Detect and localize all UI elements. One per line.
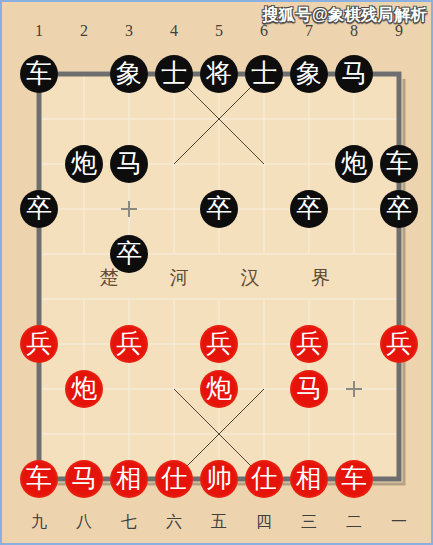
piece-red-advisor[interactable]: 仕 xyxy=(155,460,193,498)
file-label-bottom-5: 五 xyxy=(211,514,227,530)
piece-red-general[interactable]: 帅 xyxy=(200,460,238,498)
file-label-bottom-9: 一 xyxy=(391,514,407,530)
river-char: 河 xyxy=(170,267,189,286)
piece-red-soldier[interactable]: 兵 xyxy=(110,325,148,363)
watermark-text: 搜狐号@象棋残局解析 xyxy=(262,5,427,26)
piece-black-elephant[interactable]: 象 xyxy=(110,55,148,93)
piece-red-horse[interactable]: 马 xyxy=(65,460,103,498)
piece-red-chariot[interactable]: 车 xyxy=(335,460,373,498)
piece-black-advisor[interactable]: 士 xyxy=(155,55,193,93)
piece-black-horse[interactable]: 马 xyxy=(110,145,148,183)
xiangqi-board-screenshot: 123456789 九八七六五四三二一 楚河汉界 车象士将士象马炮马炮车卒卒卒卒… xyxy=(0,0,433,545)
file-label-top-5: 5 xyxy=(215,23,223,39)
piece-black-soldier[interactable]: 卒 xyxy=(380,190,418,228)
point-marker xyxy=(346,381,362,397)
piece-red-horse[interactable]: 马 xyxy=(290,370,328,408)
piece-red-soldier[interactable]: 兵 xyxy=(20,325,58,363)
piece-black-advisor[interactable]: 士 xyxy=(245,55,283,93)
file-label-top-4: 4 xyxy=(170,23,178,39)
piece-black-horse[interactable]: 马 xyxy=(335,55,373,93)
piece-red-cannon[interactable]: 炮 xyxy=(65,370,103,408)
file-label-bottom-1: 九 xyxy=(31,514,47,530)
piece-black-cannon[interactable]: 炮 xyxy=(335,145,373,183)
file-label-bottom-8: 二 xyxy=(346,514,362,530)
piece-red-soldier[interactable]: 兵 xyxy=(200,325,238,363)
file-label-top-1: 1 xyxy=(35,23,43,39)
piece-red-elephant[interactable]: 相 xyxy=(290,460,328,498)
river-char: 楚 xyxy=(100,267,119,286)
file-label-bottom-3: 七 xyxy=(121,514,137,530)
river-char: 界 xyxy=(311,267,330,286)
file-label-bottom-2: 八 xyxy=(76,514,92,530)
piece-red-soldier[interactable]: 兵 xyxy=(380,325,418,363)
piece-black-soldier[interactable]: 卒 xyxy=(110,235,148,273)
file-label-bottom-7: 三 xyxy=(301,514,317,530)
piece-black-cannon[interactable]: 炮 xyxy=(65,145,103,183)
piece-black-chariot[interactable]: 车 xyxy=(20,55,58,93)
piece-red-cannon[interactable]: 炮 xyxy=(200,370,238,408)
piece-black-elephant[interactable]: 象 xyxy=(290,55,328,93)
piece-red-elephant[interactable]: 相 xyxy=(110,460,148,498)
piece-black-soldier[interactable]: 卒 xyxy=(290,190,328,228)
piece-black-soldier[interactable]: 卒 xyxy=(200,190,238,228)
piece-black-chariot[interactable]: 车 xyxy=(380,145,418,183)
point-marker xyxy=(121,201,137,217)
file-label-bottom-6: 四 xyxy=(256,514,272,530)
file-label-top-3: 3 xyxy=(125,23,133,39)
river-char: 汉 xyxy=(241,267,260,286)
piece-red-chariot[interactable]: 车 xyxy=(20,460,58,498)
file-label-top-2: 2 xyxy=(80,23,88,39)
piece-black-soldier[interactable]: 卒 xyxy=(20,190,58,228)
file-label-bottom-4: 六 xyxy=(166,514,182,530)
piece-black-general[interactable]: 将 xyxy=(200,55,238,93)
piece-red-advisor[interactable]: 仕 xyxy=(245,460,283,498)
piece-red-soldier[interactable]: 兵 xyxy=(290,325,328,363)
